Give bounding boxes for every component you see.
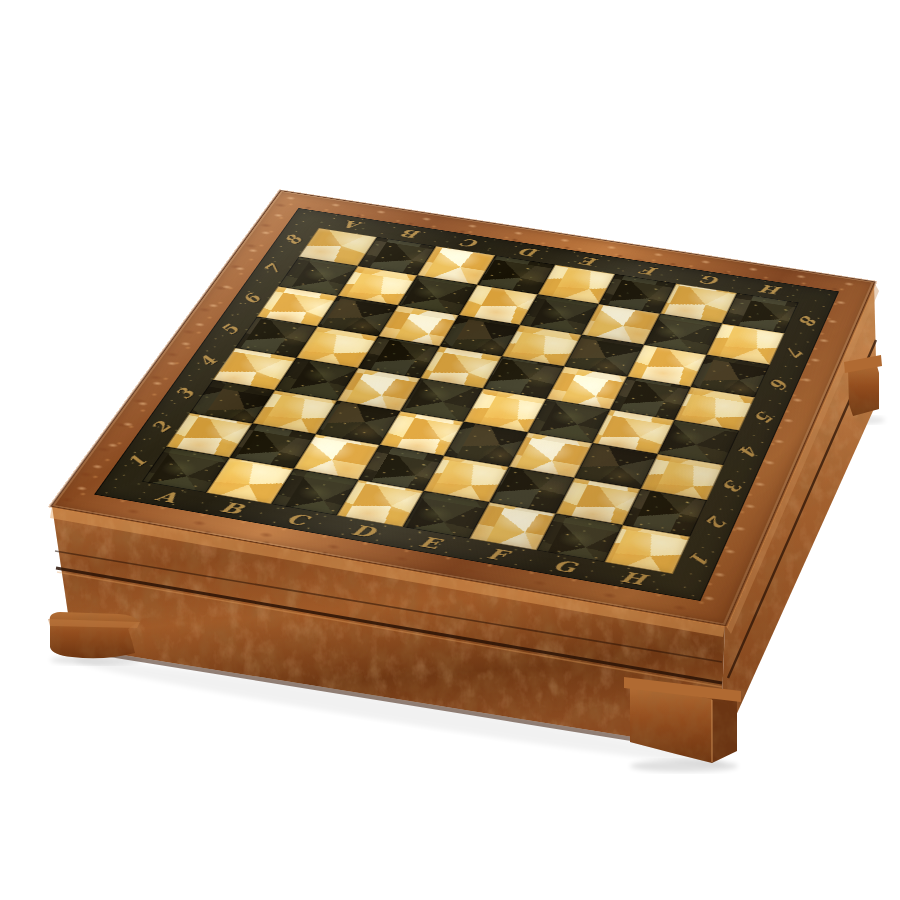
chessboard-product-photo: ABCDEFGHABCDEFGH8765432187654321: [0, 0, 900, 900]
foot-shadow-front: [630, 760, 738, 772]
bracket-foot-left: [48, 612, 140, 658]
